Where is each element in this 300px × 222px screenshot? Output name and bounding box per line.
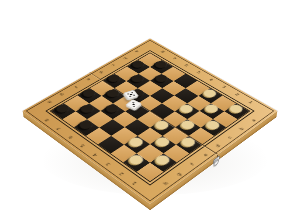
product-photo-scene: 87654321 87654321 abcdefgh abcdefgh ●●●●… [0,0,300,222]
square-a1[interactable]: ● [224,103,249,119]
white-checker-d2[interactable]: ● [177,117,199,131]
square-f5[interactable] [112,111,137,127]
black-checker-f6[interactable]: ● [102,102,123,116]
square-d5[interactable] [138,96,162,111]
white-checker-e3[interactable]: ● [152,117,174,131]
white-checker-g3[interactable]: ● [126,134,148,149]
white-checker-c1[interactable]: ● [203,117,225,131]
square-h8[interactable]: ● [51,103,76,119]
left-label-g: g [54,89,71,100]
square-b2[interactable]: ● [199,103,224,119]
black-checker-h8[interactable]: ● [52,102,73,116]
